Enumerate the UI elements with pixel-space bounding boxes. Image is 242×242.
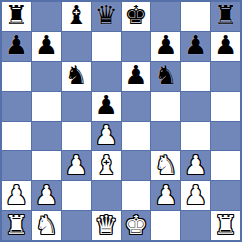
- square-h1[interactable]: ♜: [211, 211, 240, 240]
- square-c8[interactable]: ♝: [62, 2, 91, 31]
- piece-black-pawn[interactable]: ♟: [5, 32, 28, 58]
- piece-black-pawn[interactable]: ♟: [124, 62, 147, 88]
- piece-white-pawn[interactable]: ♟: [154, 182, 177, 208]
- square-a7[interactable]: ♟: [2, 32, 31, 61]
- square-g3[interactable]: ♟: [181, 151, 210, 180]
- piece-white-rook[interactable]: ♜: [214, 212, 237, 238]
- piece-black-pawn[interactable]: ♟: [154, 32, 177, 58]
- square-d1[interactable]: ♛: [92, 211, 121, 240]
- piece-white-knight[interactable]: ♞: [35, 212, 58, 238]
- square-e3[interactable]: [122, 151, 151, 180]
- piece-black-pawn[interactable]: ♟: [184, 32, 207, 58]
- square-c3[interactable]: ♟: [62, 151, 91, 180]
- square-h5[interactable]: [211, 92, 240, 121]
- square-e4[interactable]: [122, 122, 151, 151]
- piece-white-pawn[interactable]: ♟: [65, 152, 88, 178]
- square-d6[interactable]: [92, 62, 121, 91]
- square-a5[interactable]: [2, 92, 31, 121]
- piece-black-queen[interactable]: ♛: [94, 2, 117, 28]
- square-a2[interactable]: ♟: [2, 181, 31, 210]
- square-d7[interactable]: [92, 32, 121, 61]
- piece-white-pawn[interactable]: ♟: [35, 182, 58, 208]
- square-g6[interactable]: [181, 62, 210, 91]
- piece-black-pawn[interactable]: ♟: [35, 32, 58, 58]
- square-c1[interactable]: [62, 211, 91, 240]
- square-b4[interactable]: [32, 122, 61, 151]
- square-d4[interactable]: ♟: [92, 122, 121, 151]
- square-g8[interactable]: [181, 2, 210, 31]
- square-a1[interactable]: ♜: [2, 211, 31, 240]
- square-d3[interactable]: ♝: [92, 151, 121, 180]
- square-h7[interactable]: ♟: [211, 32, 240, 61]
- chess-board-container: ♜♝♛♚♜♟♟♟♟♟♞♟♞♟♟♟♝♞♟♟♟♟♟♜♞♛♚♜: [0, 0, 242, 242]
- square-g4[interactable]: [181, 122, 210, 151]
- square-e8[interactable]: ♚: [122, 2, 151, 31]
- square-d2[interactable]: [92, 181, 121, 210]
- square-h2[interactable]: [211, 181, 240, 210]
- chess-board: ♜♝♛♚♜♟♟♟♟♟♞♟♞♟♟♟♝♞♟♟♟♟♟♜♞♛♚♜: [0, 0, 242, 242]
- square-f1[interactable]: [151, 211, 180, 240]
- square-f5[interactable]: [151, 92, 180, 121]
- piece-white-pawn[interactable]: ♟: [5, 182, 28, 208]
- square-f6[interactable]: ♞: [151, 62, 180, 91]
- square-b6[interactable]: [32, 62, 61, 91]
- piece-black-rook[interactable]: ♜: [5, 2, 28, 28]
- square-b5[interactable]: [32, 92, 61, 121]
- piece-black-pawn[interactable]: ♟: [214, 32, 237, 58]
- square-e5[interactable]: [122, 92, 151, 121]
- square-c5[interactable]: [62, 92, 91, 121]
- square-f4[interactable]: [151, 122, 180, 151]
- square-b7[interactable]: ♟: [32, 32, 61, 61]
- piece-white-knight[interactable]: ♞: [154, 152, 177, 178]
- square-h4[interactable]: [211, 122, 240, 151]
- piece-white-queen[interactable]: ♛: [94, 212, 117, 238]
- square-a8[interactable]: ♜: [2, 2, 31, 31]
- square-f7[interactable]: ♟: [151, 32, 180, 61]
- square-b8[interactable]: [32, 2, 61, 31]
- square-a6[interactable]: [2, 62, 31, 91]
- square-c4[interactable]: [62, 122, 91, 151]
- piece-white-king[interactable]: ♚: [124, 212, 147, 238]
- square-e2[interactable]: [122, 181, 151, 210]
- piece-black-rook[interactable]: ♜: [214, 2, 237, 28]
- piece-white-pawn[interactable]: ♟: [184, 182, 207, 208]
- square-g5[interactable]: [181, 92, 210, 121]
- square-f8[interactable]: [151, 2, 180, 31]
- square-e6[interactable]: ♟: [122, 62, 151, 91]
- square-a4[interactable]: [2, 122, 31, 151]
- square-f3[interactable]: ♞: [151, 151, 180, 180]
- square-h6[interactable]: [211, 62, 240, 91]
- square-e7[interactable]: [122, 32, 151, 61]
- square-h8[interactable]: ♜: [211, 2, 240, 31]
- square-d5[interactable]: ♟: [92, 92, 121, 121]
- piece-black-pawn[interactable]: ♟: [94, 92, 117, 118]
- square-h3[interactable]: [211, 151, 240, 180]
- square-c2[interactable]: [62, 181, 91, 210]
- square-f2[interactable]: ♟: [151, 181, 180, 210]
- square-g7[interactable]: ♟: [181, 32, 210, 61]
- square-c6[interactable]: ♞: [62, 62, 91, 91]
- piece-white-rook[interactable]: ♜: [5, 212, 28, 238]
- piece-black-knight[interactable]: ♞: [65, 62, 88, 88]
- square-g1[interactable]: [181, 211, 210, 240]
- square-a3[interactable]: [2, 151, 31, 180]
- piece-black-king[interactable]: ♚: [124, 2, 147, 28]
- square-b3[interactable]: [32, 151, 61, 180]
- square-g2[interactable]: ♟: [181, 181, 210, 210]
- square-b2[interactable]: ♟: [32, 181, 61, 210]
- piece-white-pawn[interactable]: ♟: [184, 152, 207, 178]
- piece-black-bishop[interactable]: ♝: [65, 2, 88, 28]
- piece-black-knight[interactable]: ♞: [154, 62, 177, 88]
- square-d8[interactable]: ♛: [92, 2, 121, 31]
- square-c7[interactable]: [62, 32, 91, 61]
- piece-white-bishop[interactable]: ♝: [94, 152, 117, 178]
- square-e1[interactable]: ♚: [122, 211, 151, 240]
- square-b1[interactable]: ♞: [32, 211, 61, 240]
- piece-white-pawn[interactable]: ♟: [94, 122, 117, 148]
